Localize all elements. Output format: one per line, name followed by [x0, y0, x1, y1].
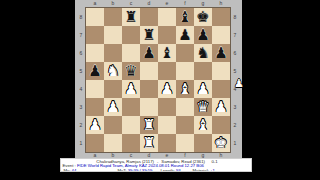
square-e8[interactable]: [158, 8, 176, 26]
material-pawn-icon: ♟: [234, 77, 244, 90]
square-e2[interactable]: [158, 116, 176, 134]
square-d3[interactable]: [140, 98, 158, 116]
square-f2[interactable]: [176, 116, 194, 134]
rank-label-6-left: 6: [77, 44, 85, 62]
rank-label-8-left: 8: [77, 8, 85, 26]
square-h1[interactable]: ♚: [212, 134, 230, 152]
rank-label-6-right: 6: [231, 44, 239, 62]
black-king[interactable]: ♚: [196, 9, 209, 24]
black-queen[interactable]: ♛: [124, 63, 137, 78]
square-g3[interactable]: ♛: [194, 98, 212, 116]
black-pawn[interactable]: ♟: [142, 45, 155, 60]
rank-label-4-left: 4: [77, 80, 85, 98]
chess-board: ♜♝♚♜♟♟♟♝♞♟♟♞♛♟♟♝♟♟♛♟♟♜♝♜♚: [86, 8, 230, 152]
square-d6[interactable]: ♟: [140, 44, 158, 62]
square-a6[interactable]: [86, 44, 104, 62]
square-c4[interactable]: ♟: [122, 80, 140, 98]
white-knight[interactable]: ♞: [106, 63, 119, 78]
rank-label-8-right: 8: [231, 8, 239, 26]
square-b1[interactable]: [104, 134, 122, 152]
square-h2[interactable]: [212, 116, 230, 134]
file-label-h-top: h: [212, 0, 230, 8]
file-label-c-top: c: [122, 0, 140, 8]
square-a5[interactable]: ♟: [86, 62, 104, 80]
square-b8[interactable]: [104, 8, 122, 26]
square-b3[interactable]: ♟: [104, 98, 122, 116]
stat-move-time: MvT: 39:39 / 39:59: [118, 168, 153, 172]
square-h7[interactable]: [212, 26, 230, 44]
rank-label-7-right: 7: [231, 26, 239, 44]
white-queen[interactable]: ♛: [196, 99, 209, 114]
square-g7[interactable]: ♟: [194, 26, 212, 44]
square-c1[interactable]: [122, 134, 140, 152]
rank-label-5-left: 5: [77, 62, 85, 80]
square-g2[interactable]: ♝: [194, 116, 212, 134]
stats-line: Mv: 44 MvT: 39:39 / 39:59 Length: 93 Mat…: [61, 168, 252, 172]
square-d2[interactable]: ♜: [140, 116, 158, 134]
rank-label-3-right: 3: [231, 98, 239, 116]
square-h5[interactable]: [212, 62, 230, 80]
square-h3[interactable]: ♟: [212, 98, 230, 116]
square-a2[interactable]: ♟: [86, 116, 104, 134]
square-g4[interactable]: ♟: [194, 80, 212, 98]
black-knight[interactable]: ♞: [196, 45, 209, 60]
black-pawn[interactable]: ♟: [214, 45, 227, 60]
rank-label-2-right: 2: [231, 116, 239, 134]
square-f1[interactable]: [176, 134, 194, 152]
white-rook[interactable]: ♜: [142, 135, 155, 150]
game-info-footer: Chakradhanya, Ramjas (2117)-Samadov, Rea…: [60, 158, 252, 172]
square-e5[interactable]: [158, 62, 176, 80]
square-c8[interactable]: ♜: [122, 8, 140, 26]
square-d4[interactable]: [140, 80, 158, 98]
rank-label-1-left: 1: [77, 134, 85, 152]
square-h4[interactable]: [212, 80, 230, 98]
square-e3[interactable]: [158, 98, 176, 116]
white-bishop[interactable]: ♝: [178, 81, 191, 96]
rank-label-3-left: 3: [77, 98, 85, 116]
black-pawn[interactable]: ♟: [196, 27, 209, 42]
stat-material: Material: +1: [193, 168, 215, 172]
square-b2[interactable]: [104, 116, 122, 134]
game-info-text: Chakradhanya, Ramjas (2117)-Samadov, Rea…: [61, 159, 252, 172]
square-c3[interactable]: [122, 98, 140, 116]
square-a3[interactable]: [86, 98, 104, 116]
black-pawn[interactable]: ♟: [88, 63, 101, 78]
square-a1[interactable]: [86, 134, 104, 152]
letterbox-left: [0, 0, 75, 180]
white-pawn[interactable]: ♟: [124, 81, 137, 96]
file-label-a-top: a: [86, 0, 104, 8]
rank-label-2-left: 2: [77, 116, 85, 134]
square-c5[interactable]: ♛: [122, 62, 140, 80]
white-pawn[interactable]: ♟: [88, 117, 101, 132]
square-b6[interactable]: [104, 44, 122, 62]
black-pawn[interactable]: ♟: [178, 27, 191, 42]
stat-moves: Mv: 44: [64, 168, 77, 172]
square-d8[interactable]: [140, 8, 158, 26]
white-pawn[interactable]: ♟: [196, 81, 209, 96]
file-label-g-top: g: [194, 0, 212, 8]
square-d1[interactable]: ♜: [140, 134, 158, 152]
square-b7[interactable]: [104, 26, 122, 44]
square-g6[interactable]: ♞: [194, 44, 212, 62]
square-e1[interactable]: [158, 134, 176, 152]
square-g5[interactable]: [194, 62, 212, 80]
white-king[interactable]: ♚: [214, 135, 227, 150]
square-c7[interactable]: [122, 26, 140, 44]
rank-labels-left: 87654321: [77, 8, 85, 152]
file-label-b-top: b: [104, 0, 122, 8]
square-c2[interactable]: [122, 116, 140, 134]
square-d5[interactable]: [140, 62, 158, 80]
square-g8[interactable]: ♚: [194, 8, 212, 26]
square-f5[interactable]: [176, 62, 194, 80]
file-labels-top: abcdefgh: [86, 0, 230, 8]
black-bishop[interactable]: ♝: [160, 45, 173, 60]
square-a8[interactable]: [86, 8, 104, 26]
board-panel: abcdefgh ♜♝♚♜♟♟♟♝♞♟♟♞♛♟♟♝♟♟♛♟♟♜♝♜♚ abcde…: [75, 0, 242, 158]
square-g1[interactable]: [194, 134, 212, 152]
black-bishop[interactable]: ♝: [178, 9, 191, 24]
square-f8[interactable]: ♝: [176, 8, 194, 26]
file-label-e-top: e: [158, 0, 176, 8]
square-b4[interactable]: [104, 80, 122, 98]
file-label-d-top: d: [140, 0, 158, 8]
stat-length: Length: 93: [161, 168, 181, 172]
white-pawn[interactable]: ♟: [106, 99, 119, 114]
square-f3[interactable]: [176, 98, 194, 116]
square-c6[interactable]: [122, 44, 140, 62]
black-rook[interactable]: ♜: [142, 27, 155, 42]
square-b5[interactable]: ♞: [104, 62, 122, 80]
white-bishop[interactable]: ♝: [196, 117, 209, 132]
square-f4[interactable]: ♝: [176, 80, 194, 98]
square-h6[interactable]: ♟: [212, 44, 230, 62]
rank-label-1-right: 1: [231, 134, 239, 152]
square-a4[interactable]: [86, 80, 104, 98]
square-e7[interactable]: [158, 26, 176, 44]
black-rook[interactable]: ♜: [124, 9, 137, 24]
game-result: 0-1: [211, 159, 217, 164]
white-pawn[interactable]: ♟: [160, 81, 173, 96]
square-d7[interactable]: ♜: [140, 26, 158, 44]
square-e6[interactable]: ♝: [158, 44, 176, 62]
file-label-f-top: f: [176, 0, 194, 8]
square-f6[interactable]: [176, 44, 194, 62]
white-rook[interactable]: ♜: [142, 117, 155, 132]
square-f7[interactable]: ♟: [176, 26, 194, 44]
square-e4[interactable]: ♟: [158, 80, 176, 98]
letterbox-right: [242, 0, 320, 180]
rank-label-7-left: 7: [77, 26, 85, 44]
square-h8[interactable]: [212, 8, 230, 26]
white-pawn[interactable]: ♟: [214, 99, 227, 114]
square-a7[interactable]: [86, 26, 104, 44]
